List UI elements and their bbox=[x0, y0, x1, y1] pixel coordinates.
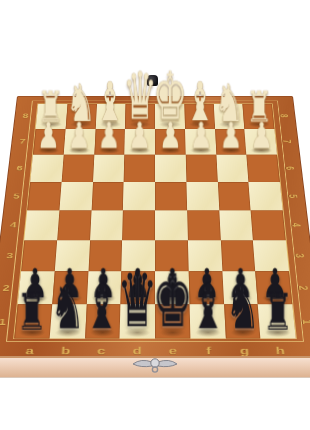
square-f5[interactable] bbox=[186, 182, 219, 210]
square-g6[interactable] bbox=[216, 155, 249, 182]
rank-label: 5 bbox=[13, 192, 20, 200]
rank-label: 8 bbox=[22, 112, 29, 119]
rank-label: 7 bbox=[281, 140, 294, 144]
square-h1[interactable]: ♜ bbox=[258, 304, 296, 338]
piece-black-knight[interactable]: ♞ bbox=[49, 277, 84, 338]
file-label: a bbox=[25, 344, 34, 356]
rank-label: 4 bbox=[9, 221, 17, 230]
rank-label: 6 bbox=[284, 166, 297, 170]
square-f7[interactable]: ♟ bbox=[185, 129, 216, 155]
square-c1[interactable]: ♝ bbox=[85, 304, 121, 338]
file-label: h bbox=[275, 344, 285, 356]
square-e5[interactable] bbox=[155, 182, 187, 210]
piece-white-pawn[interactable]: ♟ bbox=[98, 118, 121, 154]
square-b7[interactable]: ♟ bbox=[63, 129, 95, 155]
rank-label: 7 bbox=[19, 138, 26, 146]
piece-black-knight[interactable]: ♞ bbox=[225, 277, 260, 338]
square-d5[interactable] bbox=[123, 182, 155, 210]
metal-clasp-icon bbox=[128, 355, 182, 373]
square-h7[interactable]: ♟ bbox=[245, 129, 277, 155]
piece-black-bishop[interactable]: ♝ bbox=[190, 275, 225, 338]
square-h4[interactable] bbox=[251, 210, 286, 240]
piece-white-pawn[interactable]: ♟ bbox=[128, 118, 151, 154]
piece-white-pawn[interactable]: ♟ bbox=[220, 118, 243, 154]
square-a1[interactable]: ♜ bbox=[14, 304, 52, 338]
rank-label: 1 bbox=[300, 319, 310, 324]
piece-white-pawn[interactable]: ♟ bbox=[159, 118, 182, 154]
square-e7[interactable]: ♟ bbox=[155, 129, 186, 155]
square-g7[interactable]: ♟ bbox=[215, 129, 247, 155]
box-front-edge bbox=[0, 356, 310, 377]
square-h5[interactable] bbox=[249, 182, 283, 210]
rank-label: 3 bbox=[293, 254, 307, 258]
file-label: f bbox=[206, 344, 211, 356]
square-f4[interactable] bbox=[187, 210, 220, 240]
rank-label: 8 bbox=[278, 114, 291, 117]
piece-white-pawn[interactable]: ♟ bbox=[189, 118, 212, 154]
square-g1[interactable]: ♞ bbox=[224, 304, 261, 338]
square-f1[interactable]: ♝ bbox=[189, 304, 225, 338]
board-squares: ♜♞♝♛♚♝♞♜♟♟♟♟♟♟♟♟♟♟♟♟♟♟♟♟♜♞♝♛♚♝♞♜ bbox=[13, 104, 297, 340]
square-b1[interactable]: ♞ bbox=[49, 304, 86, 338]
piece-white-pawn[interactable]: ♟ bbox=[67, 118, 90, 154]
chess-board: ♜♞♝♛♚♝♞♜♟♟♟♟♟♟♟♟♟♟♟♟♟♟♟♟♜♞♝♛♚♝♞♜ abcdefg… bbox=[0, 96, 310, 360]
piece-black-rook[interactable]: ♜ bbox=[16, 288, 47, 338]
piece-black-rook[interactable]: ♜ bbox=[263, 288, 294, 338]
rank-label: 3 bbox=[6, 251, 14, 260]
square-h6[interactable] bbox=[247, 155, 280, 182]
piece-black-bishop[interactable]: ♝ bbox=[85, 275, 120, 338]
rank-label: 6 bbox=[16, 164, 23, 172]
rank-label: 4 bbox=[290, 223, 304, 227]
square-d7[interactable]: ♟ bbox=[124, 129, 155, 155]
square-a4[interactable] bbox=[24, 210, 59, 240]
square-c4[interactable] bbox=[90, 210, 123, 240]
square-b4[interactable] bbox=[57, 210, 91, 240]
file-label: b bbox=[61, 344, 71, 356]
square-f6[interactable] bbox=[186, 155, 218, 182]
rank-label: 5 bbox=[287, 194, 301, 198]
square-b6[interactable] bbox=[61, 155, 94, 182]
square-b5[interactable] bbox=[59, 182, 92, 210]
square-g5[interactable] bbox=[217, 182, 250, 210]
rank-label: 1 bbox=[0, 317, 6, 327]
piece-white-pawn[interactable]: ♟ bbox=[250, 118, 273, 154]
file-label: c bbox=[97, 344, 106, 356]
square-d6[interactable] bbox=[124, 155, 155, 182]
square-d4[interactable] bbox=[122, 210, 155, 240]
piece-white-pawn[interactable]: ♟ bbox=[37, 118, 60, 154]
square-e6[interactable] bbox=[155, 155, 186, 182]
rank-label: 2 bbox=[2, 283, 10, 293]
square-e1[interactable]: ♚ bbox=[155, 304, 190, 338]
piece-black-king[interactable]: ♚ bbox=[152, 261, 193, 338]
square-a5[interactable] bbox=[27, 182, 61, 210]
square-c5[interactable] bbox=[91, 182, 124, 210]
square-a6[interactable] bbox=[30, 155, 63, 182]
chess-set-product-photo: ♜♞♝♛♚♝♞♜♟♟♟♟♟♟♟♟♟♟♟♟♟♟♟♟♜♞♝♛♚♝♞♜ abcdefg… bbox=[0, 0, 310, 430]
square-e4[interactable] bbox=[155, 210, 188, 240]
square-a7[interactable]: ♟ bbox=[33, 129, 65, 155]
square-d1[interactable]: ♛ bbox=[120, 304, 155, 338]
file-label: g bbox=[239, 344, 249, 356]
square-g4[interactable] bbox=[219, 210, 253, 240]
square-c7[interactable]: ♟ bbox=[94, 129, 125, 155]
square-c6[interactable] bbox=[93, 155, 125, 182]
rank-label: 2 bbox=[297, 286, 310, 291]
